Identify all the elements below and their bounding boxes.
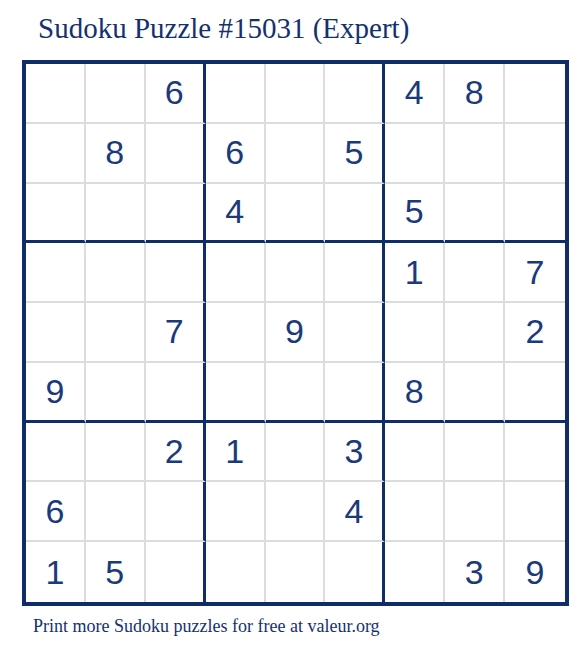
cell-r3c5 (266, 184, 326, 244)
cell-r9c7 (385, 542, 445, 602)
sudoku-grid: 648865451779298213641539 (22, 60, 569, 606)
cell-r4c4 (206, 243, 266, 303)
cell-r5c6 (325, 303, 385, 363)
cell-r3c9 (505, 184, 565, 244)
cell-r1c9 (505, 64, 565, 124)
cell-r2c3 (146, 124, 206, 184)
cell-r4c2 (86, 243, 146, 303)
cell-r5c5: 9 (266, 303, 326, 363)
cell-r1c8: 8 (445, 64, 505, 124)
cell-r9c5 (266, 542, 326, 602)
cell-r7c3: 2 (146, 423, 206, 483)
cell-r1c1 (26, 64, 86, 124)
cell-r4c1 (26, 243, 86, 303)
cell-r8c8 (445, 482, 505, 542)
cell-r1c6 (325, 64, 385, 124)
cell-r9c3 (146, 542, 206, 602)
cell-r2c2: 8 (86, 124, 146, 184)
cell-r5c4 (206, 303, 266, 363)
cell-r6c9 (505, 363, 565, 423)
cell-r6c3 (146, 363, 206, 423)
cell-r8c3 (146, 482, 206, 542)
cell-r6c1: 9 (26, 363, 86, 423)
cell-r6c5 (266, 363, 326, 423)
cell-r1c5 (266, 64, 326, 124)
cell-r6c8 (445, 363, 505, 423)
cell-r7c5 (266, 423, 326, 483)
cell-r4c5 (266, 243, 326, 303)
cell-r2c8 (445, 124, 505, 184)
cell-r5c8 (445, 303, 505, 363)
cell-r9c4 (206, 542, 266, 602)
footer-note: Print more Sudoku puzzles for free at va… (33, 616, 380, 637)
cell-r4c6 (325, 243, 385, 303)
cell-r4c7: 1 (385, 243, 445, 303)
cell-r2c6: 5 (325, 124, 385, 184)
cell-r6c7: 8 (385, 363, 445, 423)
cell-r9c2: 5 (86, 542, 146, 602)
cell-r8c9 (505, 482, 565, 542)
cell-r1c7: 4 (385, 64, 445, 124)
cell-r2c4: 6 (206, 124, 266, 184)
cell-r6c4 (206, 363, 266, 423)
cell-r3c4: 4 (206, 184, 266, 244)
cell-r7c9 (505, 423, 565, 483)
cell-r6c2 (86, 363, 146, 423)
cell-r9c9: 9 (505, 542, 565, 602)
page-title: Sudoku Puzzle #15031 (Expert) (38, 12, 409, 45)
cell-r4c9: 7 (505, 243, 565, 303)
cell-r3c8 (445, 184, 505, 244)
cell-r4c8 (445, 243, 505, 303)
cell-r8c6: 4 (325, 482, 385, 542)
cell-r1c2 (86, 64, 146, 124)
cell-r5c7 (385, 303, 445, 363)
cell-r2c9 (505, 124, 565, 184)
cell-r1c3: 6 (146, 64, 206, 124)
cell-r2c1 (26, 124, 86, 184)
cell-r5c2 (86, 303, 146, 363)
cell-r6c6 (325, 363, 385, 423)
cell-r2c7 (385, 124, 445, 184)
cell-r5c9: 2 (505, 303, 565, 363)
cell-r3c6 (325, 184, 385, 244)
cell-r5c3: 7 (146, 303, 206, 363)
cell-r3c2 (86, 184, 146, 244)
cell-r8c7 (385, 482, 445, 542)
cell-r5c1 (26, 303, 86, 363)
cell-r7c4: 1 (206, 423, 266, 483)
cell-r2c5 (266, 124, 326, 184)
cell-r3c7: 5 (385, 184, 445, 244)
cell-r8c4 (206, 482, 266, 542)
cell-r8c2 (86, 482, 146, 542)
cell-r7c6: 3 (325, 423, 385, 483)
cell-r3c1 (26, 184, 86, 244)
cell-r9c1: 1 (26, 542, 86, 602)
cell-r8c5 (266, 482, 326, 542)
cell-r7c8 (445, 423, 505, 483)
cell-r7c1 (26, 423, 86, 483)
cell-r1c4 (206, 64, 266, 124)
cell-r9c8: 3 (445, 542, 505, 602)
cell-r4c3 (146, 243, 206, 303)
cell-r9c6 (325, 542, 385, 602)
cell-r7c7 (385, 423, 445, 483)
cell-r8c1: 6 (26, 482, 86, 542)
cell-r7c2 (86, 423, 146, 483)
cell-r3c3 (146, 184, 206, 244)
